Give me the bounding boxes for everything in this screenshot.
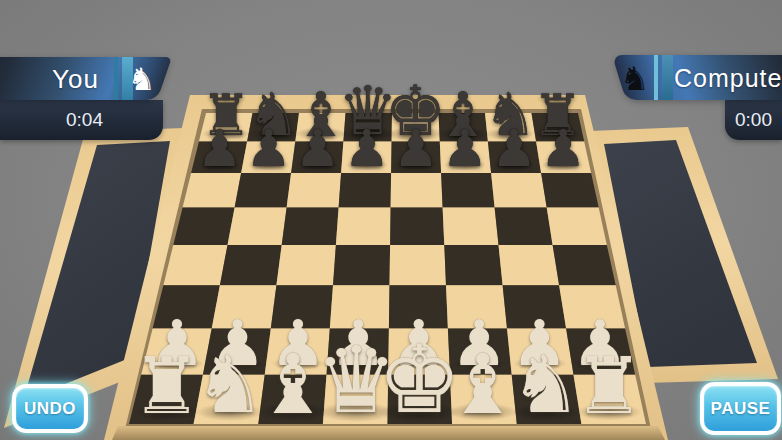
square-e6[interactable] xyxy=(391,173,443,208)
clock-you: 0:04 xyxy=(0,100,163,140)
square-a6[interactable] xyxy=(183,173,242,208)
square-g4[interactable] xyxy=(499,245,560,285)
clock-computer: 0:00 xyxy=(725,100,782,140)
square-e5[interactable] xyxy=(390,208,444,245)
piece-black-pawn-g7[interactable]: ♟ xyxy=(491,123,537,174)
player-name-computer: Computer xyxy=(674,63,782,92)
square-d6[interactable] xyxy=(339,173,392,208)
black-knight-icon: ♞ xyxy=(620,61,650,94)
square-e4[interactable] xyxy=(390,245,447,285)
pause-button[interactable]: PAUSE xyxy=(700,382,781,435)
square-f4[interactable] xyxy=(444,245,502,285)
square-g5[interactable] xyxy=(495,208,553,245)
piece-white-rook-h1[interactable]: ♜ xyxy=(574,347,644,425)
square-h4[interactable] xyxy=(553,245,616,285)
square-f6[interactable] xyxy=(441,173,495,208)
square-b6[interactable] xyxy=(235,173,292,208)
square-d4[interactable] xyxy=(333,245,390,285)
piece-black-pawn-e7[interactable]: ♟ xyxy=(393,123,439,174)
square-a4[interactable] xyxy=(163,245,227,285)
piece-black-pawn-h7[interactable]: ♟ xyxy=(540,123,586,174)
clock-you-value: 0:04 xyxy=(66,109,103,131)
player-name-you: You xyxy=(52,63,99,94)
square-f5[interactable] xyxy=(443,208,499,245)
piece-black-pawn-c7[interactable]: ♟ xyxy=(295,123,341,174)
square-b4[interactable] xyxy=(220,245,282,285)
undo-button-label: UNDO xyxy=(24,399,76,419)
piece-white-rook-a1[interactable]: ♜ xyxy=(132,347,202,425)
square-h6[interactable] xyxy=(541,173,599,208)
square-g6[interactable] xyxy=(491,173,547,208)
square-c6[interactable] xyxy=(287,173,342,208)
piece-white-bishop-f1[interactable]: ♝ xyxy=(445,343,519,426)
banner-stripe xyxy=(662,55,673,100)
square-d5[interactable] xyxy=(336,208,391,245)
square-c4[interactable] xyxy=(276,245,336,285)
square-h5[interactable] xyxy=(547,208,607,245)
piece-black-pawn-b7[interactable]: ♟ xyxy=(246,123,292,174)
pause-button-label: PAUSE xyxy=(711,399,771,419)
undo-button[interactable]: UNDO xyxy=(12,384,88,433)
piece-black-pawn-f7[interactable]: ♟ xyxy=(442,123,488,174)
square-a5[interactable] xyxy=(173,208,234,245)
banner-stripe xyxy=(114,57,118,100)
banner-stripe xyxy=(654,55,658,100)
clock-computer-value: 0:00 xyxy=(735,109,772,131)
player-banner-computer: ♞ Computer xyxy=(612,55,782,100)
piece-black-pawn-a7[interactable]: ♟ xyxy=(197,123,243,174)
square-c5[interactable] xyxy=(282,208,339,245)
square-b5[interactable] xyxy=(228,208,287,245)
piece-white-knight-g1[interactable]: ♞ xyxy=(510,345,582,425)
player-banner-you: You ♞ xyxy=(0,57,172,100)
white-knight-icon: ♞ xyxy=(128,63,156,94)
game-screen: ♜♞♝♛♚♝♞♜♟♟♟♟♟♟♟♟♟♟♟♟♟♟♟♟♜♞♝♛♚♝♞♜ You ♞ 0… xyxy=(0,0,782,440)
piece-black-pawn-d7[interactable]: ♟ xyxy=(344,123,390,174)
